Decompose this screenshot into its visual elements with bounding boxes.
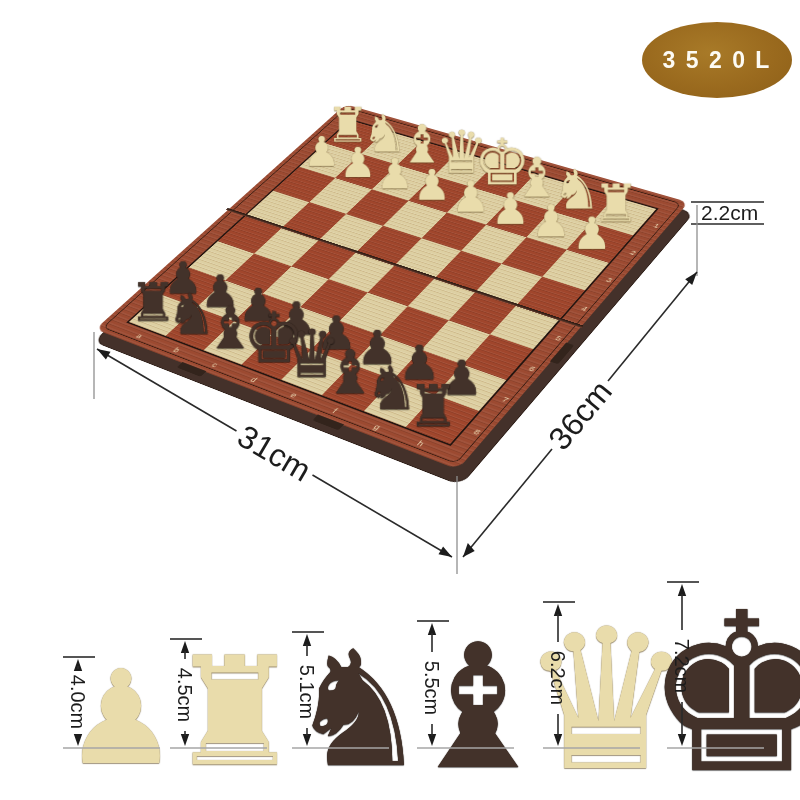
dimension-rook-height: 4.5cm bbox=[170, 639, 267, 748]
dimension-bishop-height: 5.5cm bbox=[417, 621, 514, 748]
size-chart-rook: ♜ bbox=[150, 637, 320, 787]
size-piece-queen: ♛ bbox=[519, 603, 694, 798]
size-chart-queen: ♛ bbox=[519, 603, 689, 798]
width-label: 31cm bbox=[232, 418, 318, 489]
size-chart-pawn: ♟ bbox=[36, 653, 206, 783]
size-chart-bishop: ♝ bbox=[393, 621, 563, 793]
bishop-height-label: 5.5cm bbox=[421, 661, 443, 715]
size-piece-rook: ♜ bbox=[168, 637, 302, 787]
chess-board: ♜♞♝♛♚♝♞♜♟♟♟♟♟♟♟♟♟♟♟♟♟♟♟♟♜♞♝♚♛♝♞♜ abcdefg… bbox=[95, 104, 688, 469]
queen-height-label: 6.2cm bbox=[547, 651, 569, 705]
board-grid: ♜♞♝♛♚♝♞♜♟♟♟♟♟♟♟♟♟♟♟♟♟♟♟♟♜♞♝♚♛♝♞♜ bbox=[126, 119, 659, 446]
product-photo-stage: 3 5 2 0 L ♜♞♝♛♚♝♞♜♟♟♟♟♟♟♟♟♟♟♟♟♟♟♟♟♜♞♝♚♛♝… bbox=[0, 0, 800, 800]
size-piece-bishop: ♝ bbox=[401, 621, 555, 793]
dimension-knight-height: 5.1cm bbox=[292, 632, 389, 748]
king-height-label: 7.2cm bbox=[671, 639, 693, 693]
size-piece-king: ♚ bbox=[643, 584, 800, 800]
model-badge-label: 3 5 2 0 L bbox=[663, 47, 772, 74]
size-piece-knight: ♞ bbox=[286, 630, 429, 790]
thickness-label: 2.2cm bbox=[701, 201, 758, 224]
model-badge: 3 5 2 0 L bbox=[642, 22, 792, 98]
dimension-queen-height: 6.2cm bbox=[543, 602, 640, 748]
size-chart-king: ♚ bbox=[643, 584, 800, 800]
pawn-height-label: 4.0cm bbox=[67, 675, 89, 729]
rook-height-label: 4.5cm bbox=[174, 668, 196, 722]
size-piece-pawn: ♟ bbox=[63, 653, 180, 783]
knight-height-label: 5.1cm bbox=[296, 665, 318, 719]
size-chart-knight: ♞ bbox=[273, 630, 443, 790]
dimension-king-height: 7.2cm bbox=[667, 582, 764, 748]
depth-label: 36cm bbox=[541, 374, 619, 457]
dimension-pawn-height: 4.0cm bbox=[63, 657, 160, 748]
dimension-thickness: 2.2cm bbox=[691, 201, 764, 276]
